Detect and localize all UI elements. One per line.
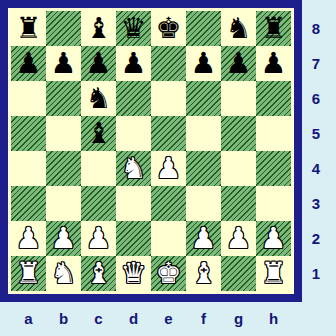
square-a6[interactable] <box>11 81 46 116</box>
square-e2[interactable] <box>151 221 186 256</box>
black-rook: ♜ <box>16 11 42 46</box>
square-d7[interactable]: ♟ <box>116 46 151 81</box>
square-d1[interactable]: ♛ <box>116 256 151 291</box>
square-d2[interactable] <box>116 221 151 256</box>
square-f8[interactable] <box>186 11 221 46</box>
black-bishop: ♝ <box>86 11 112 46</box>
square-h8[interactable]: ♜ <box>256 11 291 46</box>
black-pawn: ♟ <box>226 46 252 81</box>
square-e5[interactable] <box>151 116 186 151</box>
white-pawn: ♟ <box>191 221 217 256</box>
square-h7[interactable]: ♟ <box>256 46 291 81</box>
white-king: ♚ <box>156 256 182 291</box>
square-c4[interactable] <box>81 151 116 186</box>
white-pawn: ♟ <box>16 221 42 256</box>
white-pawn: ♟ <box>86 221 112 256</box>
white-rook: ♜ <box>16 256 42 291</box>
white-queen: ♛ <box>121 256 147 291</box>
square-a4[interactable] <box>11 151 46 186</box>
square-h3[interactable] <box>256 186 291 221</box>
square-g2[interactable]: ♟ <box>221 221 256 256</box>
rank-label-3: 3 <box>302 186 330 221</box>
file-label-a: a <box>11 305 46 333</box>
square-g6[interactable] <box>221 81 256 116</box>
square-d6[interactable] <box>116 81 151 116</box>
square-b1[interactable]: ♞ <box>46 256 81 291</box>
square-h6[interactable] <box>256 81 291 116</box>
square-e4[interactable]: ♟ <box>151 151 186 186</box>
square-d4[interactable]: ♞ <box>116 151 151 186</box>
file-label-f: f <box>186 305 221 333</box>
square-f5[interactable] <box>186 116 221 151</box>
square-f4[interactable] <box>186 151 221 186</box>
square-c2[interactable]: ♟ <box>81 221 116 256</box>
black-pawn: ♟ <box>191 46 217 81</box>
square-c5[interactable]: ♝ <box>81 116 116 151</box>
black-pawn: ♟ <box>261 46 287 81</box>
file-label-b: b <box>46 305 81 333</box>
black-bishop: ♝ <box>86 116 112 151</box>
square-d5[interactable] <box>116 116 151 151</box>
white-rook: ♜ <box>261 256 287 291</box>
file-label-c: c <box>81 305 116 333</box>
square-c3[interactable] <box>81 186 116 221</box>
black-king: ♚ <box>156 11 182 46</box>
square-f3[interactable] <box>186 186 221 221</box>
square-a5[interactable] <box>11 116 46 151</box>
square-a1[interactable]: ♜ <box>11 256 46 291</box>
white-bishop: ♝ <box>191 256 217 291</box>
square-h1[interactable]: ♜ <box>256 256 291 291</box>
black-pawn: ♟ <box>16 46 42 81</box>
square-b4[interactable] <box>46 151 81 186</box>
rank-label-5: 5 <box>302 116 330 151</box>
square-c7[interactable]: ♟ <box>81 46 116 81</box>
square-g8[interactable]: ♞ <box>221 11 256 46</box>
square-f1[interactable]: ♝ <box>186 256 221 291</box>
white-pawn: ♟ <box>226 221 252 256</box>
square-a8[interactable]: ♜ <box>11 11 46 46</box>
square-e7[interactable] <box>151 46 186 81</box>
file-label-e: e <box>151 305 186 333</box>
square-c8[interactable]: ♝ <box>81 11 116 46</box>
square-e6[interactable] <box>151 81 186 116</box>
square-a2[interactable]: ♟ <box>11 221 46 256</box>
square-g4[interactable] <box>221 151 256 186</box>
black-rook: ♜ <box>261 11 287 46</box>
square-f6[interactable] <box>186 81 221 116</box>
black-pawn: ♟ <box>86 46 112 81</box>
black-queen: ♛ <box>121 11 147 46</box>
square-g7[interactable]: ♟ <box>221 46 256 81</box>
square-e3[interactable] <box>151 186 186 221</box>
chess-app: ♜♝♛♚♞♜♟♟♟♟♟♟♟♞♝♞♟♟♟♟♟♟♟♜♞♝♛♚♝♜ abcdefgh … <box>0 0 336 336</box>
square-a3[interactable] <box>11 186 46 221</box>
board-frame: ♜♝♛♚♞♜♟♟♟♟♟♟♟♞♝♞♟♟♟♟♟♟♟♜♞♝♛♚♝♜ <box>0 0 302 302</box>
square-f2[interactable]: ♟ <box>186 221 221 256</box>
square-b5[interactable] <box>46 116 81 151</box>
square-d8[interactable]: ♛ <box>116 11 151 46</box>
square-b6[interactable] <box>46 81 81 116</box>
square-b2[interactable]: ♟ <box>46 221 81 256</box>
square-c6[interactable]: ♞ <box>81 81 116 116</box>
square-f7[interactable]: ♟ <box>186 46 221 81</box>
square-b7[interactable]: ♟ <box>46 46 81 81</box>
white-pawn: ♟ <box>51 221 77 256</box>
file-label-h: h <box>256 305 291 333</box>
square-e1[interactable]: ♚ <box>151 256 186 291</box>
square-a7[interactable]: ♟ <box>11 46 46 81</box>
file-label-d: d <box>116 305 151 333</box>
square-h4[interactable] <box>256 151 291 186</box>
square-h5[interactable] <box>256 116 291 151</box>
white-pawn: ♟ <box>156 151 182 186</box>
square-b3[interactable] <box>46 186 81 221</box>
rank-label-8: 8 <box>302 11 330 46</box>
square-g3[interactable] <box>221 186 256 221</box>
rank-label-6: 6 <box>302 81 330 116</box>
square-g1[interactable] <box>221 256 256 291</box>
white-knight: ♞ <box>51 256 77 291</box>
black-pawn: ♟ <box>121 46 147 81</box>
square-c1[interactable]: ♝ <box>81 256 116 291</box>
file-label-g: g <box>221 305 256 333</box>
square-e8[interactable]: ♚ <box>151 11 186 46</box>
square-g5[interactable] <box>221 116 256 151</box>
square-h2[interactable]: ♟ <box>256 221 291 256</box>
rank-label-7: 7 <box>302 46 330 81</box>
white-bishop: ♝ <box>86 256 112 291</box>
black-knight: ♞ <box>86 81 112 116</box>
rank-label-4: 4 <box>302 151 330 186</box>
white-knight: ♞ <box>121 151 147 186</box>
white-pawn: ♟ <box>261 221 287 256</box>
rank-label-1: 1 <box>302 256 330 291</box>
black-knight: ♞ <box>226 11 252 46</box>
chess-board: ♜♝♛♚♞♜♟♟♟♟♟♟♟♞♝♞♟♟♟♟♟♟♟♜♞♝♛♚♝♜ <box>11 11 291 291</box>
square-b8[interactable] <box>46 11 81 46</box>
black-pawn: ♟ <box>51 46 77 81</box>
rank-label-2: 2 <box>302 221 330 256</box>
square-d3[interactable] <box>116 186 151 221</box>
